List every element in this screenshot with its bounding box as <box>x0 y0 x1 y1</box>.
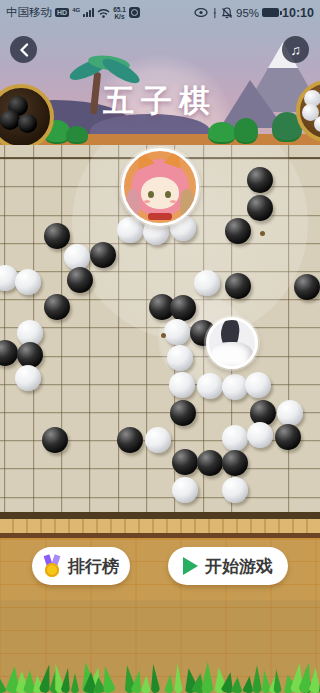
white-stone <box>222 477 248 503</box>
gomoku-board[interactable] <box>0 145 320 519</box>
white-stone <box>167 345 193 371</box>
chevron-left-icon <box>19 43 29 57</box>
black-stone <box>247 195 273 221</box>
battery-icon <box>262 8 279 17</box>
network-type-label: 4G <box>72 7 80 13</box>
white-stone <box>277 400 303 426</box>
music-button[interactable]: ♫ <box>282 36 309 63</box>
screen-record-icon <box>129 7 140 18</box>
table-slats <box>0 519 320 533</box>
wifi-icon <box>97 8 110 18</box>
black-stone <box>0 340 18 366</box>
avatar-robe <box>211 342 253 368</box>
speed-value: 65.1 <box>113 6 126 13</box>
leaderboard-label: 排行榜 <box>68 555 119 578</box>
grass-leaf <box>200 662 216 693</box>
black-stone <box>222 450 248 476</box>
status-bar: 中国移动 HD 4G 65.1 K/s ᛂ 95% 10:10 <box>0 0 320 25</box>
white-stone <box>222 374 248 400</box>
bush <box>208 122 236 144</box>
board-bottom-edge <box>0 512 320 519</box>
speed-unit: K/s <box>114 13 124 20</box>
grass-border <box>0 643 320 693</box>
avatar-blush <box>170 200 176 203</box>
avatar-hair-side <box>126 189 140 219</box>
player-avatar-top[interactable] <box>121 148 199 226</box>
black-stone <box>172 449 198 475</box>
player-avatar-middle[interactable] <box>206 317 258 369</box>
black-stone <box>225 218 251 244</box>
white-stone <box>15 365 41 391</box>
avatar-face <box>141 177 179 209</box>
play-icon <box>183 557 198 575</box>
avatar-collar <box>148 213 172 220</box>
back-button[interactable] <box>10 36 37 63</box>
grass-leaf <box>251 665 263 693</box>
white-stone <box>194 270 220 296</box>
grass-leaf <box>140 675 153 693</box>
black-stone <box>197 450 223 476</box>
white-stone <box>145 427 171 453</box>
bluetooth-icon: ᛂ <box>211 7 218 19</box>
black-stone <box>44 223 70 249</box>
white-stone <box>117 217 143 243</box>
white-stone <box>172 477 198 503</box>
black-stone <box>170 400 196 426</box>
black-stone <box>247 167 273 193</box>
white-stone <box>222 425 248 451</box>
white-stone <box>164 319 190 345</box>
leaderboard-button[interactable]: 排行榜 <box>32 547 130 585</box>
grass-leaf <box>172 663 183 693</box>
black-stone <box>17 342 43 368</box>
music-note-icon: ♫ <box>290 43 301 57</box>
black-stone <box>44 294 70 320</box>
board-knot-dot <box>260 231 265 236</box>
notifications-off-icon <box>221 7 233 19</box>
carrier-label: 中国移动 <box>6 5 52 20</box>
black-stone <box>90 242 116 268</box>
board-knot-dot <box>161 333 166 338</box>
white-stone <box>247 422 273 448</box>
avatar-blush <box>144 200 150 203</box>
black-stone <box>18 114 37 133</box>
grass-leaf <box>163 674 176 693</box>
black-stone <box>294 274 320 300</box>
white-stone <box>64 244 90 270</box>
black-stone <box>0 110 20 130</box>
black-stone <box>117 427 143 453</box>
white-stone <box>197 373 223 399</box>
hd-badge: HD <box>55 8 69 17</box>
avatar-eye <box>165 191 171 198</box>
avatar-eye <box>148 191 154 198</box>
black-stone <box>67 267 93 293</box>
eye-icon <box>194 8 208 17</box>
start-game-label: 开始游戏 <box>205 555 273 578</box>
avatar-hair-side <box>180 189 194 219</box>
bush <box>66 126 88 144</box>
black-stone <box>275 424 301 450</box>
start-game-button[interactable]: 开始游戏 <box>168 547 288 585</box>
black-stone <box>170 295 196 321</box>
black-stone <box>42 427 68 453</box>
grass-leaf <box>70 673 80 693</box>
network-speed: 65.1 K/s <box>113 6 126 20</box>
white-stone <box>15 269 41 295</box>
battery-percent-label: 95% <box>236 7 259 19</box>
black-stone <box>225 273 251 299</box>
clock-label: 10:10 <box>282 6 314 20</box>
signal-strength-icon <box>83 8 94 17</box>
medal-icon <box>43 555 61 577</box>
white-stone <box>169 372 195 398</box>
white-stone <box>245 372 271 398</box>
white-stone <box>314 116 320 132</box>
